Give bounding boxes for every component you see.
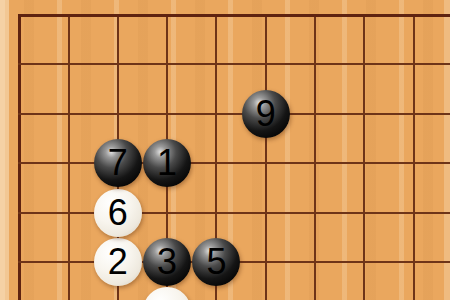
stone-number: 5 <box>206 244 226 280</box>
grid-line-horizontal <box>18 63 450 65</box>
grid-line-vertical <box>314 14 316 300</box>
stone-black-3[interactable]: 3 <box>143 238 191 286</box>
stone-number: 9 <box>256 96 276 132</box>
grid-line-vertical <box>68 14 70 300</box>
stone-black-1[interactable]: 1 <box>143 139 191 187</box>
stone-number: 7 <box>108 145 128 181</box>
stone-white-6[interactable]: 6 <box>94 189 142 237</box>
board-edge-line-top <box>18 14 450 17</box>
stone-number: 3 <box>157 244 177 280</box>
grid-line-vertical <box>413 14 415 300</box>
grid-line-horizontal <box>18 113 450 115</box>
stone-number: 2 <box>108 244 128 280</box>
stone-black-7[interactable]: 7 <box>94 139 142 187</box>
stone-white-2[interactable]: 2 <box>94 238 142 286</box>
grid-line-vertical <box>363 14 365 300</box>
grid-line-horizontal <box>18 162 450 164</box>
wood-grain-streak-right <box>444 0 450 300</box>
wood-grain-streak-left <box>0 0 9 300</box>
stone-black-9[interactable]: 9 <box>242 90 290 138</box>
grid-line-horizontal <box>18 212 450 214</box>
stone-number: 1 <box>157 145 177 181</box>
grid-line-vertical <box>265 14 267 300</box>
board-edge-line-left <box>18 14 21 300</box>
go-board-diagram: 1235679 <box>0 0 450 300</box>
stone-number: 6 <box>108 195 128 231</box>
